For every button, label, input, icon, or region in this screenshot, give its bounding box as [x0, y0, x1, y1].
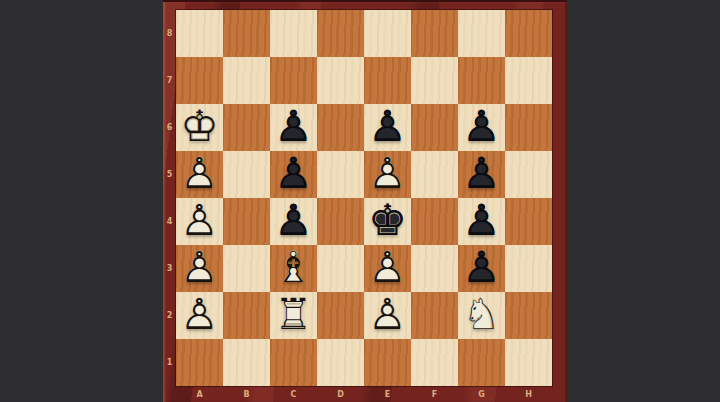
square-a7[interactable] [176, 57, 223, 104]
rank-label-4: 4 [163, 198, 176, 245]
piece-white-pawn[interactable]: ♟♙ [176, 245, 223, 292]
pawn-outline-glyph: ♙ [364, 152, 411, 195]
board-frame: ♚♔♟♙♟♙♟♙♟♙♟♙♟♙♟♙♟♙♟♙♚♔♟♙♟♙♝♗♟♙♟♙♟♙♜♖♟♙♞♘… [163, 0, 567, 402]
piece-white-pawn[interactable]: ♟♙ [364, 245, 411, 292]
square-a1[interactable] [176, 339, 223, 386]
square-g2[interactable]: ♞♘ [458, 292, 505, 339]
square-h2[interactable] [505, 292, 552, 339]
pawn-outline-glyph: ♙ [458, 199, 505, 242]
piece-black-pawn[interactable]: ♟♙ [458, 245, 505, 292]
square-g3[interactable]: ♟♙ [458, 245, 505, 292]
pawn-outline-glyph: ♙ [270, 199, 317, 242]
knight-outline-glyph: ♘ [458, 293, 505, 336]
square-f8[interactable] [411, 10, 458, 57]
square-b2[interactable] [223, 292, 270, 339]
square-a2[interactable]: ♟♙ [176, 292, 223, 339]
piece-black-pawn[interactable]: ♟♙ [458, 104, 505, 151]
square-e1[interactable] [364, 339, 411, 386]
piece-black-pawn[interactable]: ♟♙ [364, 104, 411, 151]
square-c5[interactable]: ♟♙ [270, 151, 317, 198]
square-e8[interactable] [364, 10, 411, 57]
square-h4[interactable] [505, 198, 552, 245]
file-label-e: E [364, 386, 411, 402]
pawn-outline-glyph: ♙ [364, 293, 411, 336]
square-a5[interactable]: ♟♙ [176, 151, 223, 198]
square-a4[interactable]: ♟♙ [176, 198, 223, 245]
file-label-g: G [458, 386, 505, 402]
rank-label-6: 6 [163, 104, 176, 151]
square-b5[interactable] [223, 151, 270, 198]
king-outline-glyph: ♔ [176, 105, 223, 148]
piece-white-bishop[interactable]: ♝♗ [270, 245, 317, 292]
square-f3[interactable] [411, 245, 458, 292]
square-b8[interactable] [223, 10, 270, 57]
pawn-outline-glyph: ♙ [176, 152, 223, 195]
square-b1[interactable] [223, 339, 270, 386]
square-h7[interactable] [505, 57, 552, 104]
rank-label-8: 8 [163, 10, 176, 57]
square-d1[interactable] [317, 339, 364, 386]
square-a6[interactable]: ♚♔ [176, 104, 223, 151]
square-d6[interactable] [317, 104, 364, 151]
square-e2[interactable]: ♟♙ [364, 292, 411, 339]
pawn-outline-glyph: ♙ [270, 105, 317, 148]
square-f4[interactable] [411, 198, 458, 245]
square-g7[interactable] [458, 57, 505, 104]
piece-white-pawn[interactable]: ♟♙ [364, 151, 411, 198]
piece-white-knight[interactable]: ♞♘ [458, 292, 505, 339]
piece-white-pawn[interactable]: ♟♙ [176, 292, 223, 339]
rank-label-5: 5 [163, 151, 176, 198]
pawn-outline-glyph: ♙ [364, 105, 411, 148]
square-d5[interactable] [317, 151, 364, 198]
piece-white-king[interactable]: ♚♔ [176, 104, 223, 151]
square-c3[interactable]: ♝♗ [270, 245, 317, 292]
pawn-outline-glyph: ♙ [176, 293, 223, 336]
piece-white-pawn[interactable]: ♟♙ [364, 292, 411, 339]
square-b7[interactable] [223, 57, 270, 104]
square-c7[interactable] [270, 57, 317, 104]
piece-white-pawn[interactable]: ♟♙ [176, 198, 223, 245]
file-label-f: F [411, 386, 458, 402]
square-g1[interactable] [458, 339, 505, 386]
piece-black-pawn[interactable]: ♟♙ [458, 198, 505, 245]
file-label-a: A [176, 386, 223, 402]
piece-white-pawn[interactable]: ♟♙ [176, 151, 223, 198]
square-d7[interactable] [317, 57, 364, 104]
square-f5[interactable] [411, 151, 458, 198]
piece-black-pawn[interactable]: ♟♙ [458, 151, 505, 198]
file-label-h: H [505, 386, 552, 402]
square-d3[interactable] [317, 245, 364, 292]
file-label-b: B [223, 386, 270, 402]
square-b6[interactable] [223, 104, 270, 151]
square-c4[interactable]: ♟♙ [270, 198, 317, 245]
rank-label-2: 2 [163, 292, 176, 339]
app-background: ♚♔♟♙♟♙♟♙♟♙♟♙♟♙♟♙♟♙♟♙♚♔♟♙♟♙♝♗♟♙♟♙♟♙♜♖♟♙♞♘… [0, 0, 720, 402]
pawn-outline-glyph: ♙ [364, 246, 411, 289]
square-h5[interactable] [505, 151, 552, 198]
piece-black-king[interactable]: ♚♔ [364, 198, 411, 245]
square-c6[interactable]: ♟♙ [270, 104, 317, 151]
square-e3[interactable]: ♟♙ [364, 245, 411, 292]
square-f7[interactable] [411, 57, 458, 104]
rank-label-7: 7 [163, 57, 176, 104]
square-b3[interactable] [223, 245, 270, 292]
king-outline-glyph: ♔ [364, 199, 411, 242]
square-e5[interactable]: ♟♙ [364, 151, 411, 198]
square-h6[interactable] [505, 104, 552, 151]
piece-black-pawn[interactable]: ♟♙ [270, 151, 317, 198]
square-d4[interactable] [317, 198, 364, 245]
square-e4[interactable]: ♚♔ [364, 198, 411, 245]
bishop-outline-glyph: ♗ [270, 246, 317, 289]
piece-black-pawn[interactable]: ♟♙ [270, 104, 317, 151]
board: ♚♔♟♙♟♙♟♙♟♙♟♙♟♙♟♙♟♙♟♙♚♔♟♙♟♙♝♗♟♙♟♙♟♙♜♖♟♙♞♘ [176, 10, 552, 386]
square-c2[interactable]: ♜♖ [270, 292, 317, 339]
square-e7[interactable] [364, 57, 411, 104]
square-g6[interactable]: ♟♙ [458, 104, 505, 151]
square-b4[interactable] [223, 198, 270, 245]
square-a8[interactable] [176, 10, 223, 57]
square-c1[interactable] [270, 339, 317, 386]
square-f2[interactable] [411, 292, 458, 339]
file-label-d: D [317, 386, 364, 402]
square-g8[interactable] [458, 10, 505, 57]
square-f1[interactable] [411, 339, 458, 386]
rook-outline-glyph: ♖ [270, 293, 317, 336]
square-g4[interactable]: ♟♙ [458, 198, 505, 245]
pawn-outline-glyph: ♙ [458, 246, 505, 289]
square-d2[interactable] [317, 292, 364, 339]
square-d8[interactable] [317, 10, 364, 57]
square-e6[interactable]: ♟♙ [364, 104, 411, 151]
square-f6[interactable] [411, 104, 458, 151]
square-h3[interactable] [505, 245, 552, 292]
pawn-outline-glyph: ♙ [176, 246, 223, 289]
pawn-outline-glyph: ♙ [270, 152, 317, 195]
rank-label-3: 3 [163, 245, 176, 292]
square-h1[interactable] [505, 339, 552, 386]
square-h8[interactable] [505, 10, 552, 57]
square-a3[interactable]: ♟♙ [176, 245, 223, 292]
rank-label-1: 1 [163, 339, 176, 386]
square-c8[interactable] [270, 10, 317, 57]
piece-white-rook[interactable]: ♜♖ [270, 292, 317, 339]
pawn-outline-glyph: ♙ [176, 199, 223, 242]
pawn-outline-glyph: ♙ [458, 152, 505, 195]
file-label-c: C [270, 386, 317, 402]
pawn-outline-glyph: ♙ [458, 105, 505, 148]
square-g5[interactable]: ♟♙ [458, 151, 505, 198]
piece-black-pawn[interactable]: ♟♙ [270, 198, 317, 245]
